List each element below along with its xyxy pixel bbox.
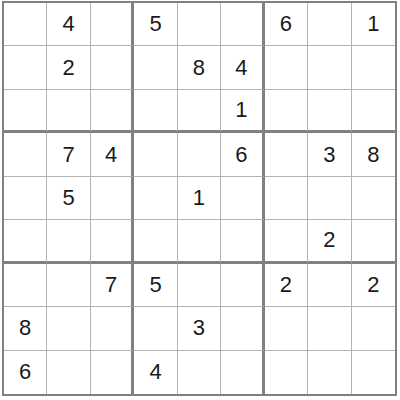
sudoku-cell-r7c6[interactable]	[221, 264, 264, 307]
sudoku-cell-r8c4[interactable]	[134, 307, 177, 350]
sudoku-given-r5c5[interactable]: 1	[178, 177, 221, 220]
sudoku-given-r1c4[interactable]: 5	[134, 3, 177, 46]
sudoku-given-r4c8[interactable]: 3	[308, 133, 351, 176]
sudoku-given-r6c8[interactable]: 2	[308, 220, 351, 263]
sudoku-given-r7c4[interactable]: 5	[134, 264, 177, 307]
sudoku-cell-r9c8[interactable]	[308, 351, 351, 394]
sudoku-cell-r4c7[interactable]	[265, 133, 308, 176]
sudoku-given-r8c1[interactable]: 8	[4, 307, 47, 350]
sudoku-given-r2c6[interactable]: 4	[221, 46, 264, 89]
sudoku-given-r7c7[interactable]: 2	[265, 264, 308, 307]
sudoku-given-r4c6[interactable]: 6	[221, 133, 264, 176]
sudoku-cell-r6c9[interactable]	[352, 220, 395, 263]
sudoku-cell-r6c5[interactable]	[178, 220, 221, 263]
sudoku-cell-r4c4[interactable]	[134, 133, 177, 176]
sudoku-given-r2c5[interactable]: 8	[178, 46, 221, 89]
sudoku-cell-r3c9[interactable]	[352, 90, 395, 133]
sudoku-cell-r7c1[interactable]	[4, 264, 47, 307]
sudoku-cell-r5c1[interactable]	[4, 177, 47, 220]
sudoku-cell-r8c7[interactable]	[265, 307, 308, 350]
sudoku-cell-r2c8[interactable]	[308, 46, 351, 89]
sudoku-cell-r7c2[interactable]	[47, 264, 90, 307]
sudoku-given-r9c4[interactable]: 4	[134, 351, 177, 394]
sudoku-cell-r5c9[interactable]	[352, 177, 395, 220]
sudoku-cell-r6c2[interactable]	[47, 220, 90, 263]
sudoku-cell-r3c4[interactable]	[134, 90, 177, 133]
sudoku-cell-r9c3[interactable]	[91, 351, 134, 394]
sudoku-board: 456128417463851275228364	[2, 1, 397, 396]
sudoku-cell-r6c3[interactable]	[91, 220, 134, 263]
sudoku-given-r5c2[interactable]: 5	[47, 177, 90, 220]
sudoku-cell-r5c4[interactable]	[134, 177, 177, 220]
sudoku-cell-r9c6[interactable]	[221, 351, 264, 394]
sudoku-cell-r1c5[interactable]	[178, 3, 221, 46]
sudoku-cell-r1c1[interactable]	[4, 3, 47, 46]
sudoku-cell-r6c7[interactable]	[265, 220, 308, 263]
sudoku-cell-r8c8[interactable]	[308, 307, 351, 350]
sudoku-given-r7c3[interactable]: 7	[91, 264, 134, 307]
sudoku-cell-r8c3[interactable]	[91, 307, 134, 350]
sudoku-cell-r4c1[interactable]	[4, 133, 47, 176]
sudoku-cell-r5c3[interactable]	[91, 177, 134, 220]
sudoku-given-r1c7[interactable]: 6	[265, 3, 308, 46]
sudoku-cell-r5c8[interactable]	[308, 177, 351, 220]
sudoku-cell-r7c5[interactable]	[178, 264, 221, 307]
sudoku-given-r9c1[interactable]: 6	[4, 351, 47, 394]
sudoku-cell-r2c3[interactable]	[91, 46, 134, 89]
sudoku-cell-r3c8[interactable]	[308, 90, 351, 133]
sudoku-cell-r2c1[interactable]	[4, 46, 47, 89]
sudoku-cell-r9c2[interactable]	[47, 351, 90, 394]
sudoku-cell-r9c7[interactable]	[265, 351, 308, 394]
sudoku-given-r1c2[interactable]: 4	[47, 3, 90, 46]
sudoku-cell-r3c1[interactable]	[4, 90, 47, 133]
sudoku-cell-r1c6[interactable]	[221, 3, 264, 46]
sudoku-cell-r8c9[interactable]	[352, 307, 395, 350]
sudoku-cell-r3c2[interactable]	[47, 90, 90, 133]
sudoku-cell-r3c7[interactable]	[265, 90, 308, 133]
sudoku-cell-r8c2[interactable]	[47, 307, 90, 350]
sudoku-cell-r7c8[interactable]	[308, 264, 351, 307]
sudoku-given-r4c3[interactable]: 4	[91, 133, 134, 176]
sudoku-cell-r1c3[interactable]	[91, 3, 134, 46]
sudoku-cell-r6c1[interactable]	[4, 220, 47, 263]
sudoku-given-r3c6[interactable]: 1	[221, 90, 264, 133]
sudoku-board-container: 456128417463851275228364	[2, 1, 397, 396]
sudoku-cell-r9c5[interactable]	[178, 351, 221, 394]
sudoku-cell-r6c4[interactable]	[134, 220, 177, 263]
sudoku-cell-r8c6[interactable]	[221, 307, 264, 350]
sudoku-cell-r2c9[interactable]	[352, 46, 395, 89]
sudoku-given-r4c2[interactable]: 7	[47, 133, 90, 176]
sudoku-given-r1c9[interactable]: 1	[352, 3, 395, 46]
sudoku-given-r2c2[interactable]: 2	[47, 46, 90, 89]
sudoku-cell-r3c5[interactable]	[178, 90, 221, 133]
sudoku-given-r9c9[interactable]	[352, 351, 395, 394]
sudoku-cell-r6c6[interactable]	[221, 220, 264, 263]
sudoku-cell-r1c8[interactable]	[308, 3, 351, 46]
sudoku-given-r4c9[interactable]: 8	[352, 133, 395, 176]
sudoku-given-r8c5[interactable]: 3	[178, 307, 221, 350]
sudoku-cell-r2c4[interactable]	[134, 46, 177, 89]
sudoku-given-r7c9[interactable]: 2	[352, 264, 395, 307]
sudoku-cell-r3c3[interactable]	[91, 90, 134, 133]
sudoku-cell-r5c7[interactable]	[265, 177, 308, 220]
sudoku-cell-r5c6[interactable]	[221, 177, 264, 220]
sudoku-cell-r4c5[interactable]	[178, 133, 221, 176]
sudoku-cell-r2c7[interactable]	[265, 46, 308, 89]
